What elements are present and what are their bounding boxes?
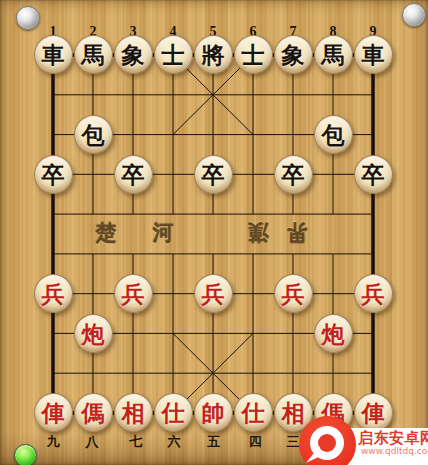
piece-red-advisor-file6[interactable]: 仕 <box>234 393 273 432</box>
piece-glyph: 俥 <box>362 401 385 424</box>
piece-glyph: 士 <box>162 43 185 66</box>
piece-black-soldier-file7[interactable]: 卒 <box>274 155 313 194</box>
piece-glyph: 馬 <box>322 43 345 66</box>
piece-black-elephant-file7[interactable]: 象 <box>274 35 313 74</box>
piece-red-cannon-file2[interactable]: 炮 <box>74 314 113 353</box>
piece-red-soldier-file7[interactable]: 兵 <box>274 274 313 313</box>
piece-red-soldier-file9[interactable]: 兵 <box>354 274 393 313</box>
screw-icon <box>402 3 426 27</box>
piece-glyph: 象 <box>282 43 305 66</box>
piece-black-advisor-file6[interactable]: 士 <box>234 35 273 74</box>
piece-black-horse-file2[interactable]: 馬 <box>74 35 113 74</box>
piece-glyph: 卒 <box>282 163 305 186</box>
piece-black-horse-file8[interactable]: 馬 <box>314 35 353 74</box>
piece-red-chariot-file9[interactable]: 俥 <box>354 393 393 432</box>
piece-glyph: 仕 <box>162 401 185 424</box>
piece-red-cannon-file8[interactable]: 炮 <box>314 314 353 353</box>
piece-glyph: 俥 <box>42 401 65 424</box>
piece-glyph: 士 <box>242 43 265 66</box>
piece-red-soldier-file3[interactable]: 兵 <box>114 274 153 313</box>
piece-glyph: 車 <box>42 43 65 66</box>
rank-label-7: 七 <box>127 433 145 451</box>
piece-glyph: 將 <box>202 43 225 66</box>
piece-black-soldier-file3[interactable]: 卒 <box>114 155 153 194</box>
piece-black-cannon-file8[interactable]: 包 <box>314 115 353 154</box>
piece-red-chariot-file1[interactable]: 俥 <box>34 393 73 432</box>
piece-black-elephant-file3[interactable]: 象 <box>114 35 153 74</box>
rank-label-5: 五 <box>205 433 223 451</box>
piece-glyph: 兵 <box>202 282 225 305</box>
watermark-ring-hole <box>318 434 336 452</box>
piece-black-general-file5[interactable]: 將 <box>194 35 233 74</box>
piece-glyph: 包 <box>82 123 105 146</box>
piece-glyph: 傌 <box>82 401 105 424</box>
piece-glyph: 卒 <box>122 163 145 186</box>
piece-glyph: 兵 <box>282 282 305 305</box>
piece-glyph: 兵 <box>362 282 385 305</box>
piece-black-chariot-file9[interactable]: 車 <box>354 35 393 74</box>
piece-glyph: 相 <box>282 401 305 424</box>
piece-black-advisor-file4[interactable]: 士 <box>154 35 193 74</box>
piece-glyph: 兵 <box>122 282 145 305</box>
piece-glyph: 兵 <box>42 282 65 305</box>
piece-glyph: 帥 <box>202 401 225 424</box>
piece-glyph: 卒 <box>362 163 385 186</box>
piece-black-cannon-file2[interactable]: 包 <box>74 115 113 154</box>
rank-label-8: 八 <box>83 433 101 451</box>
piece-glyph: 卒 <box>42 163 65 186</box>
piece-red-elephant-file3[interactable]: 相 <box>114 393 153 432</box>
piece-glyph: 卒 <box>202 163 225 186</box>
piece-red-soldier-file1[interactable]: 兵 <box>34 274 73 313</box>
piece-red-horse-file2[interactable]: 傌 <box>74 393 113 432</box>
board-grid: 車馬象士將士象馬車包包卒卒卒卒卒兵兵兵兵兵炮炮俥傌相仕帥仕相傌俥 <box>33 35 393 433</box>
piece-glyph: 馬 <box>82 43 105 66</box>
watermark-q-logo-icon <box>299 416 356 465</box>
piece-red-advisor-file4[interactable]: 仕 <box>154 393 193 432</box>
piece-glyph: 車 <box>362 43 385 66</box>
rank-label-9: 九 <box>44 433 62 451</box>
piece-black-soldier-file1[interactable]: 卒 <box>34 155 73 194</box>
piece-glyph: 象 <box>122 43 145 66</box>
xiangqi-board-window: 1 2 3 4 5 6 7 8 9 九 八 七 六 五 四 三 二 一 楚 河 … <box>0 0 428 465</box>
piece-black-soldier-file5[interactable]: 卒 <box>194 155 233 194</box>
piece-red-general-file5[interactable]: 帥 <box>194 393 233 432</box>
watermark-site-url: www.qdltdq.com <box>361 446 428 456</box>
piece-black-soldier-file9[interactable]: 卒 <box>354 155 393 194</box>
rank-label-6: 六 <box>165 433 183 451</box>
piece-glyph: 仕 <box>242 401 265 424</box>
piece-glyph: 炮 <box>322 322 345 345</box>
rank-label-4: 四 <box>246 433 264 451</box>
piece-glyph: 炮 <box>82 322 105 345</box>
piece-glyph: 相 <box>122 401 145 424</box>
piece-red-soldier-file5[interactable]: 兵 <box>194 274 233 313</box>
screw-icon <box>16 6 40 30</box>
green-status-button[interactable] <box>14 444 37 465</box>
piece-glyph: 包 <box>322 123 345 146</box>
piece-black-chariot-file1[interactable]: 車 <box>34 35 73 74</box>
